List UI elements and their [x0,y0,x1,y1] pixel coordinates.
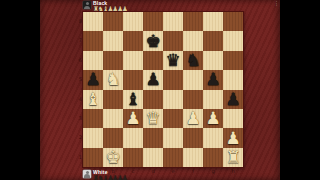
white-queen-icon[interactable]: ♛ [145,110,160,127]
black-pawn-icon[interactable]: ♟ [225,90,240,107]
file-label-h: h [223,168,243,174]
square-e1[interactable] [163,148,183,167]
square-f5[interactable] [183,70,203,89]
white-pawn-icon[interactable]: ♟ [225,129,240,146]
square-e6[interactable]: ♛ [163,51,183,70]
square-g6[interactable] [203,51,223,70]
square-a4[interactable]: ♝ [83,90,103,109]
square-a5[interactable]: ♟ [83,70,103,89]
square-c7[interactable] [123,31,143,50]
file-label-e: e [163,168,183,174]
rank-label-5: 5 [77,70,82,89]
square-h5[interactable] [223,70,243,89]
app-stage: Black ♜♞♝♟♟♟♟ ⋮ ♚♛♞♟♞♟♟♝♝♟♟♛♟♟♟♚♜ 876543… [40,0,280,180]
square-e3[interactable] [163,109,183,128]
square-b8[interactable] [103,12,123,31]
black-queen-icon[interactable]: ♛ [165,51,180,68]
square-g2[interactable] [203,128,223,147]
white-rook-icon[interactable]: ♜ [225,148,240,165]
square-g5[interactable]: ♟ [203,70,223,89]
white-pawn-icon[interactable]: ♟ [125,110,140,127]
square-g4[interactable] [203,90,223,109]
square-h3[interactable] [223,109,243,128]
square-e7[interactable] [163,31,183,50]
square-b6[interactable] [103,51,123,70]
square-f1[interactable] [183,148,203,167]
white-pawn-icon[interactable]: ♟ [185,110,200,127]
square-c2[interactable] [123,128,143,147]
square-e4[interactable] [163,90,183,109]
file-label-d: d [143,168,163,174]
file-label-f: f [183,168,203,174]
square-d6[interactable] [143,51,163,70]
chess-board: ♚♛♞♟♞♟♟♝♝♟♟♛♟♟♟♚♜ [83,12,243,167]
square-f2[interactable] [183,128,203,147]
square-a8[interactable] [83,12,103,31]
square-e8[interactable] [163,12,183,31]
square-a1[interactable] [83,148,103,167]
square-d7[interactable]: ♚ [143,31,163,50]
square-f4[interactable] [183,90,203,109]
avatar-body-icon [84,174,90,178]
square-h2[interactable]: ♟ [223,128,243,147]
black-king-icon[interactable]: ♚ [145,32,160,49]
square-a2[interactable] [83,128,103,147]
rank-label-7: 7 [77,31,82,50]
square-c6[interactable] [123,51,143,70]
rank-label-3: 3 [77,109,82,128]
square-d5[interactable]: ♟ [143,70,163,89]
rank-label-1: 1 [77,148,82,167]
square-e2[interactable] [163,128,183,147]
square-d8[interactable] [143,12,163,31]
rank-label-6: 6 [77,51,82,70]
white-bishop-icon[interactable]: ♝ [85,90,100,107]
square-a6[interactable] [83,51,103,70]
white-knight-icon[interactable]: ♞ [105,71,120,88]
black-pawn-icon[interactable]: ♟ [145,71,160,88]
square-f6[interactable]: ♞ [183,51,203,70]
square-h8[interactable] [223,12,243,31]
white-captured-tray: ♜♞♝♟♟♟♟ [93,175,127,180]
black-bishop-icon[interactable]: ♝ [125,90,140,107]
rank-label-8: 8 [77,12,82,31]
square-g8[interactable] [203,12,223,31]
square-e5[interactable] [163,70,183,89]
square-f8[interactable] [183,12,203,31]
square-a7[interactable] [83,31,103,50]
square-d2[interactable] [143,128,163,147]
black-avatar [83,1,91,9]
square-h4[interactable]: ♟ [223,90,243,109]
square-d3[interactable]: ♛ [143,109,163,128]
black-captured-tray: ♜♞♝♟♟♟♟ [93,6,127,12]
square-c5[interactable] [123,70,143,89]
square-h6[interactable] [223,51,243,70]
square-b1[interactable]: ♚ [103,148,123,167]
square-h7[interactable] [223,31,243,50]
file-label-g: g [203,168,223,174]
black-pawn-icon[interactable]: ♟ [205,71,220,88]
square-d1[interactable] [143,148,163,167]
captured-black-pawn-icon: ♟ [122,174,127,180]
square-c1[interactable] [123,148,143,167]
square-b2[interactable] [103,128,123,147]
white-pawn-icon[interactable]: ♟ [205,110,220,127]
square-c8[interactable] [123,12,143,31]
avatar-body-icon [84,6,90,10]
square-f3[interactable]: ♟ [183,109,203,128]
more-options-icon[interactable]: ⋮ [274,1,279,6]
square-d4[interactable] [143,90,163,109]
square-g7[interactable] [203,31,223,50]
square-c3[interactable]: ♟ [123,109,143,128]
square-g3[interactable]: ♟ [203,109,223,128]
rank-label-2: 2 [77,128,82,147]
file-label-c: c [123,168,143,174]
square-g1[interactable] [203,148,223,167]
square-h1[interactable]: ♜ [223,148,243,167]
square-f7[interactable] [183,31,203,50]
square-c4[interactable]: ♝ [123,90,143,109]
square-a3[interactable] [83,109,103,128]
white-avatar [83,170,91,178]
avatar-head-icon [86,2,89,5]
black-knight-icon[interactable]: ♞ [185,51,200,68]
white-king-icon[interactable]: ♚ [105,148,120,165]
square-b3[interactable] [103,109,123,128]
black-pawn-icon[interactable]: ♟ [85,71,100,88]
square-b7[interactable] [103,31,123,50]
rank-label-4: 4 [77,90,82,109]
square-b4[interactable] [103,90,123,109]
square-b5[interactable]: ♞ [103,70,123,89]
